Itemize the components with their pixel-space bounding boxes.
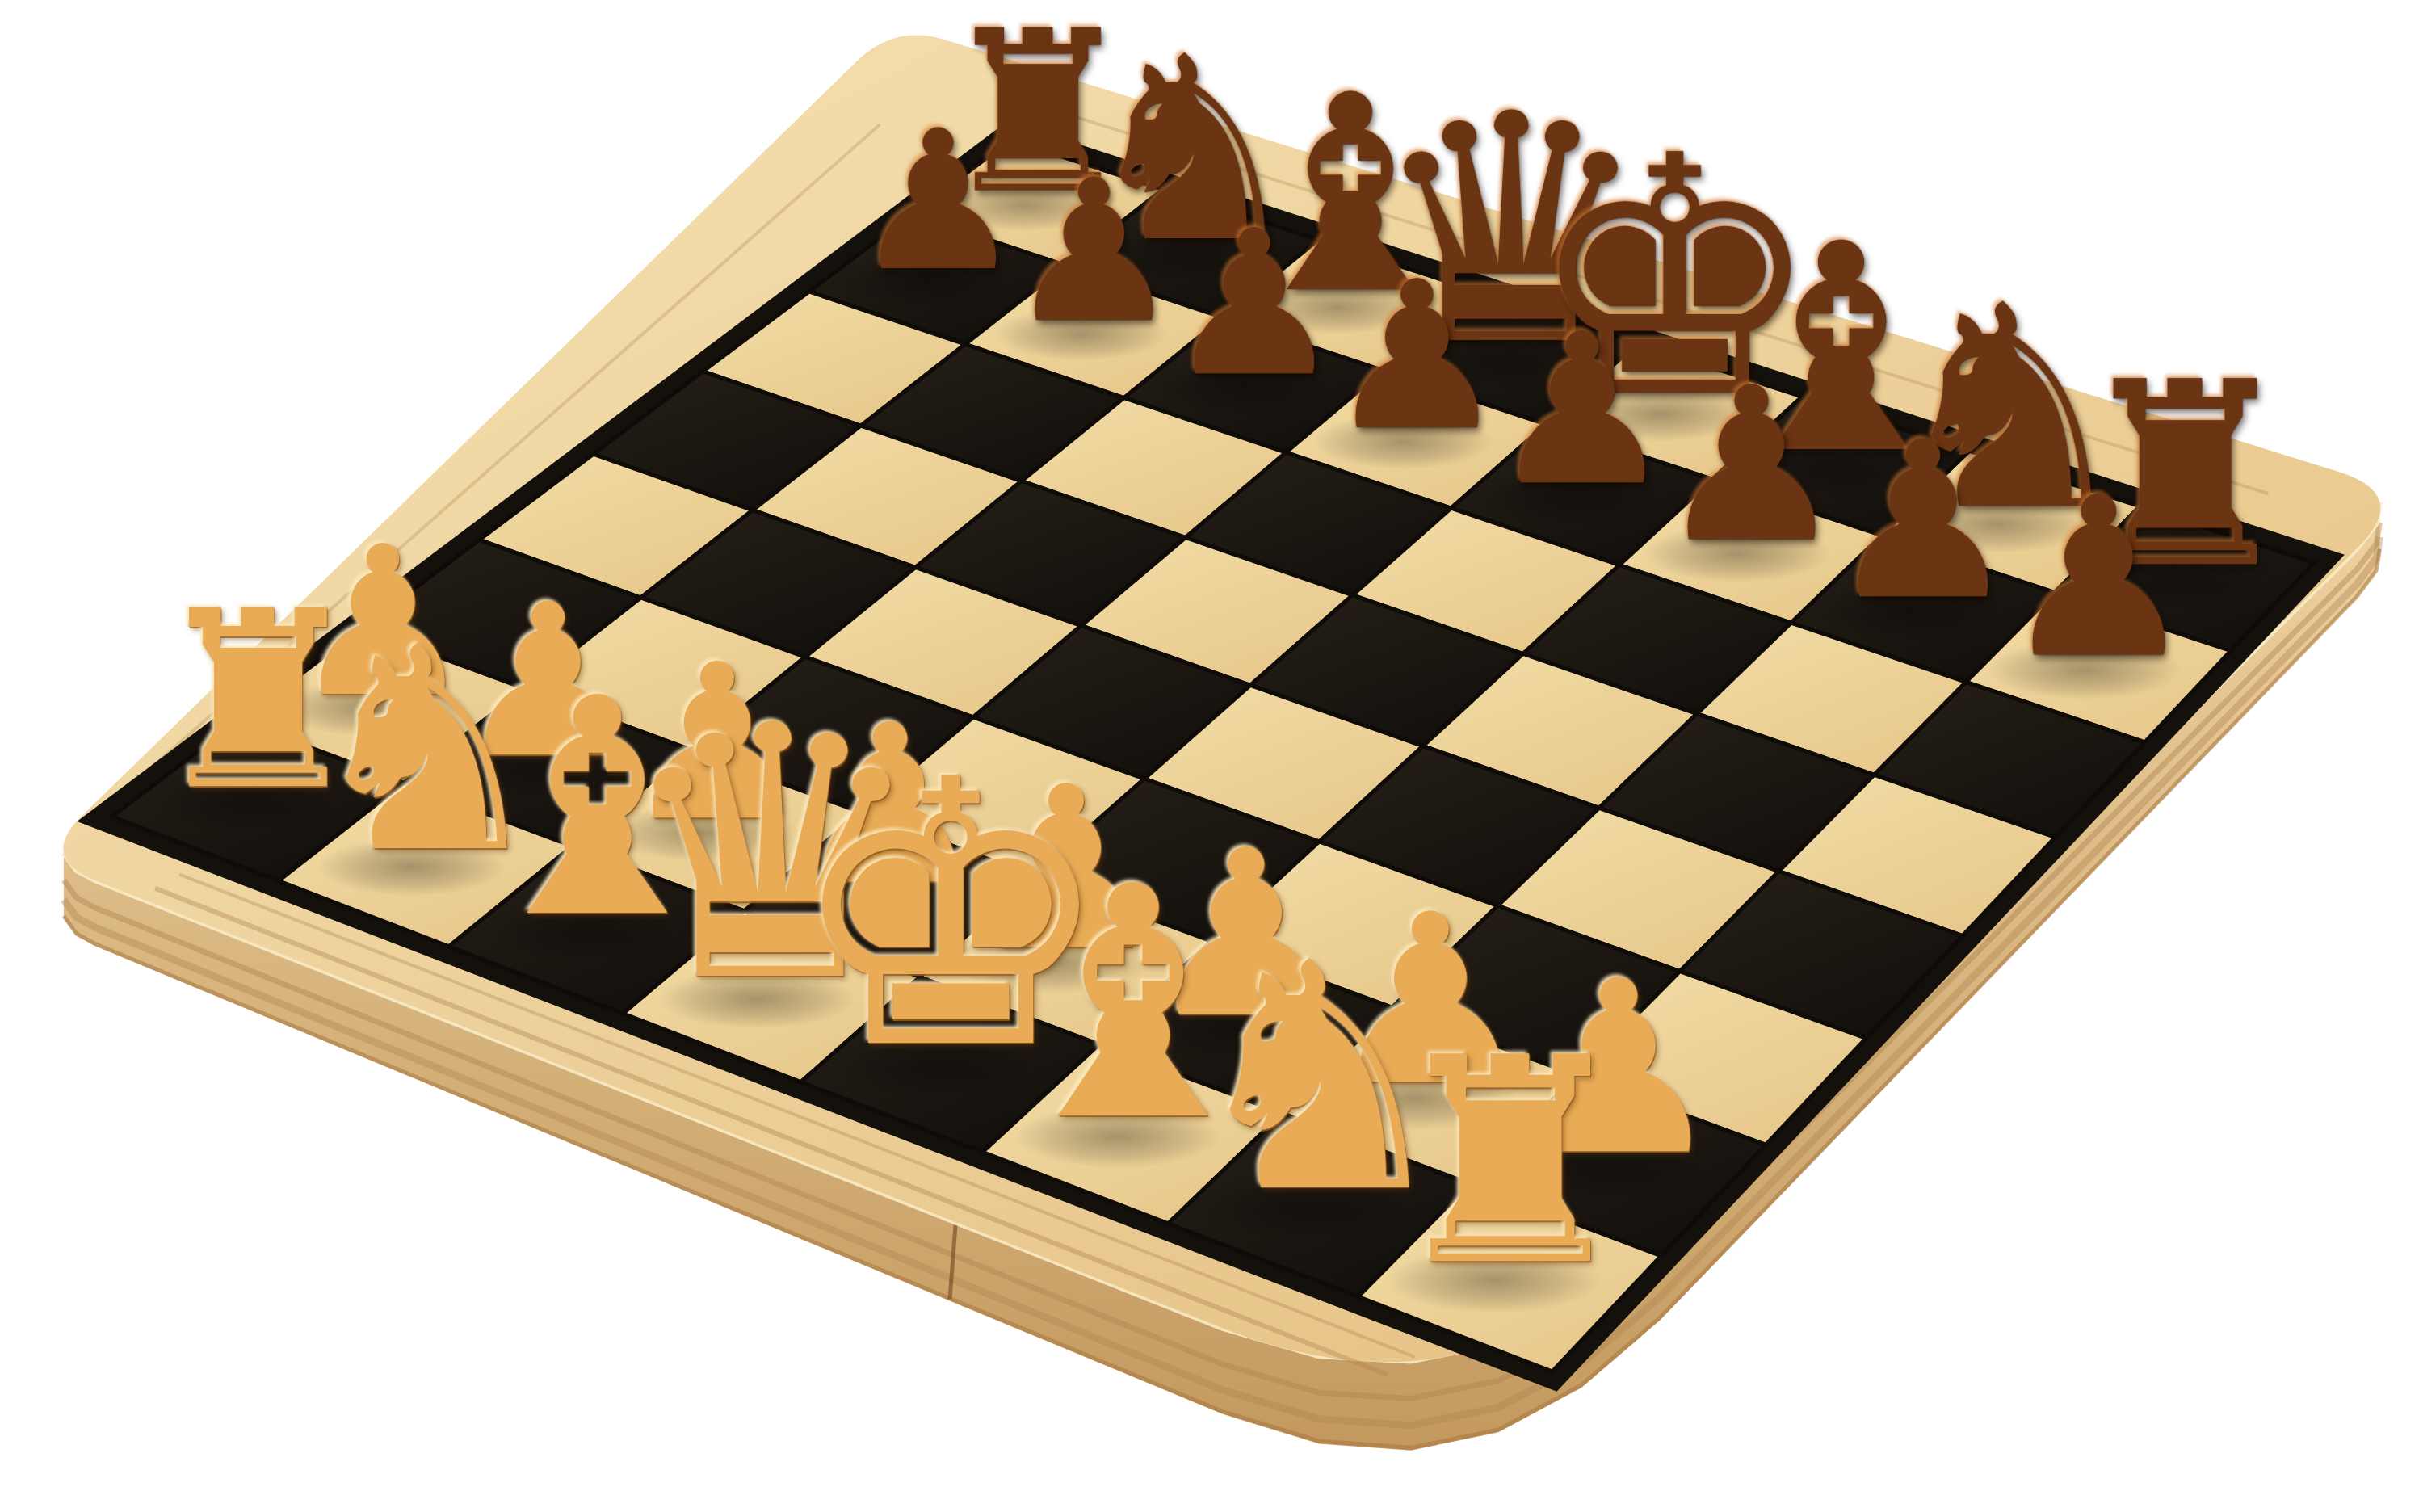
black-pawn-h7: ♟ xyxy=(1988,468,2209,688)
black-rook-a8: ♜ xyxy=(926,2,1149,225)
black-pawn-f7: ♟ xyxy=(1645,359,1858,572)
black-pawn-g7: ♟ xyxy=(1815,413,2031,629)
white-rook-a1: ♜ xyxy=(136,579,380,824)
white-pawn-g2: ♟ xyxy=(1313,884,1547,1118)
black-king-e8: ♚ xyxy=(1510,113,1840,443)
black-pawn-b7: ♟ xyxy=(996,153,1192,350)
black-pawn-a7: ♟ xyxy=(842,105,1035,298)
black-rook-h8: ♜ xyxy=(2058,349,2312,603)
black-queen-d8: ♛ xyxy=(1353,73,1669,388)
white-queen-d1: ♛ xyxy=(597,680,947,1030)
black-pawn-c7: ♟ xyxy=(1154,204,1354,404)
white-knight-b1: ♞ xyxy=(286,611,567,892)
chess-set-photo: ♜♞♟♝♟♛♟♚♟♝♟♞♟♜♟♟♟♟♜♟♞♟♝♟♛♟♚♟♝♟♞♜ xyxy=(0,0,2423,1512)
pieces-layer: ♜♞♟♝♟♛♟♚♟♝♟♞♟♜♟♟♟♟♜♟♞♟♝♟♛♟♚♟♝♟♞♜ xyxy=(0,0,2423,1512)
white-bishop-c1: ♝ xyxy=(447,659,747,959)
white-pawn-f2: ♟ xyxy=(1132,820,1361,1049)
white-rook-h1: ♜ xyxy=(1368,1020,1652,1304)
black-bishop-f8: ♝ xyxy=(1698,207,1984,493)
white-king-e1: ♚ xyxy=(767,733,1134,1099)
white-pawn-e2: ♟ xyxy=(954,757,1178,981)
black-pawn-d7: ♟ xyxy=(1315,254,1519,459)
black-knight-g8: ♞ xyxy=(1871,269,2152,549)
white-pawn-h2: ♟ xyxy=(1499,949,1738,1188)
black-knight-b8: ♞ xyxy=(1065,23,1320,278)
black-pawn-e7: ♟ xyxy=(1478,306,1686,514)
white-pawn-d2: ♟ xyxy=(780,695,1000,915)
white-pawn-c2: ♟ xyxy=(610,636,825,850)
white-pawn-b2: ♟ xyxy=(443,577,653,787)
white-knight-g1: ♞ xyxy=(1163,922,1476,1235)
black-bishop-c8: ♝ xyxy=(1215,60,1486,331)
white-pawn-a2: ♟ xyxy=(279,519,486,725)
white-bishop-f1: ♝ xyxy=(973,845,1293,1165)
